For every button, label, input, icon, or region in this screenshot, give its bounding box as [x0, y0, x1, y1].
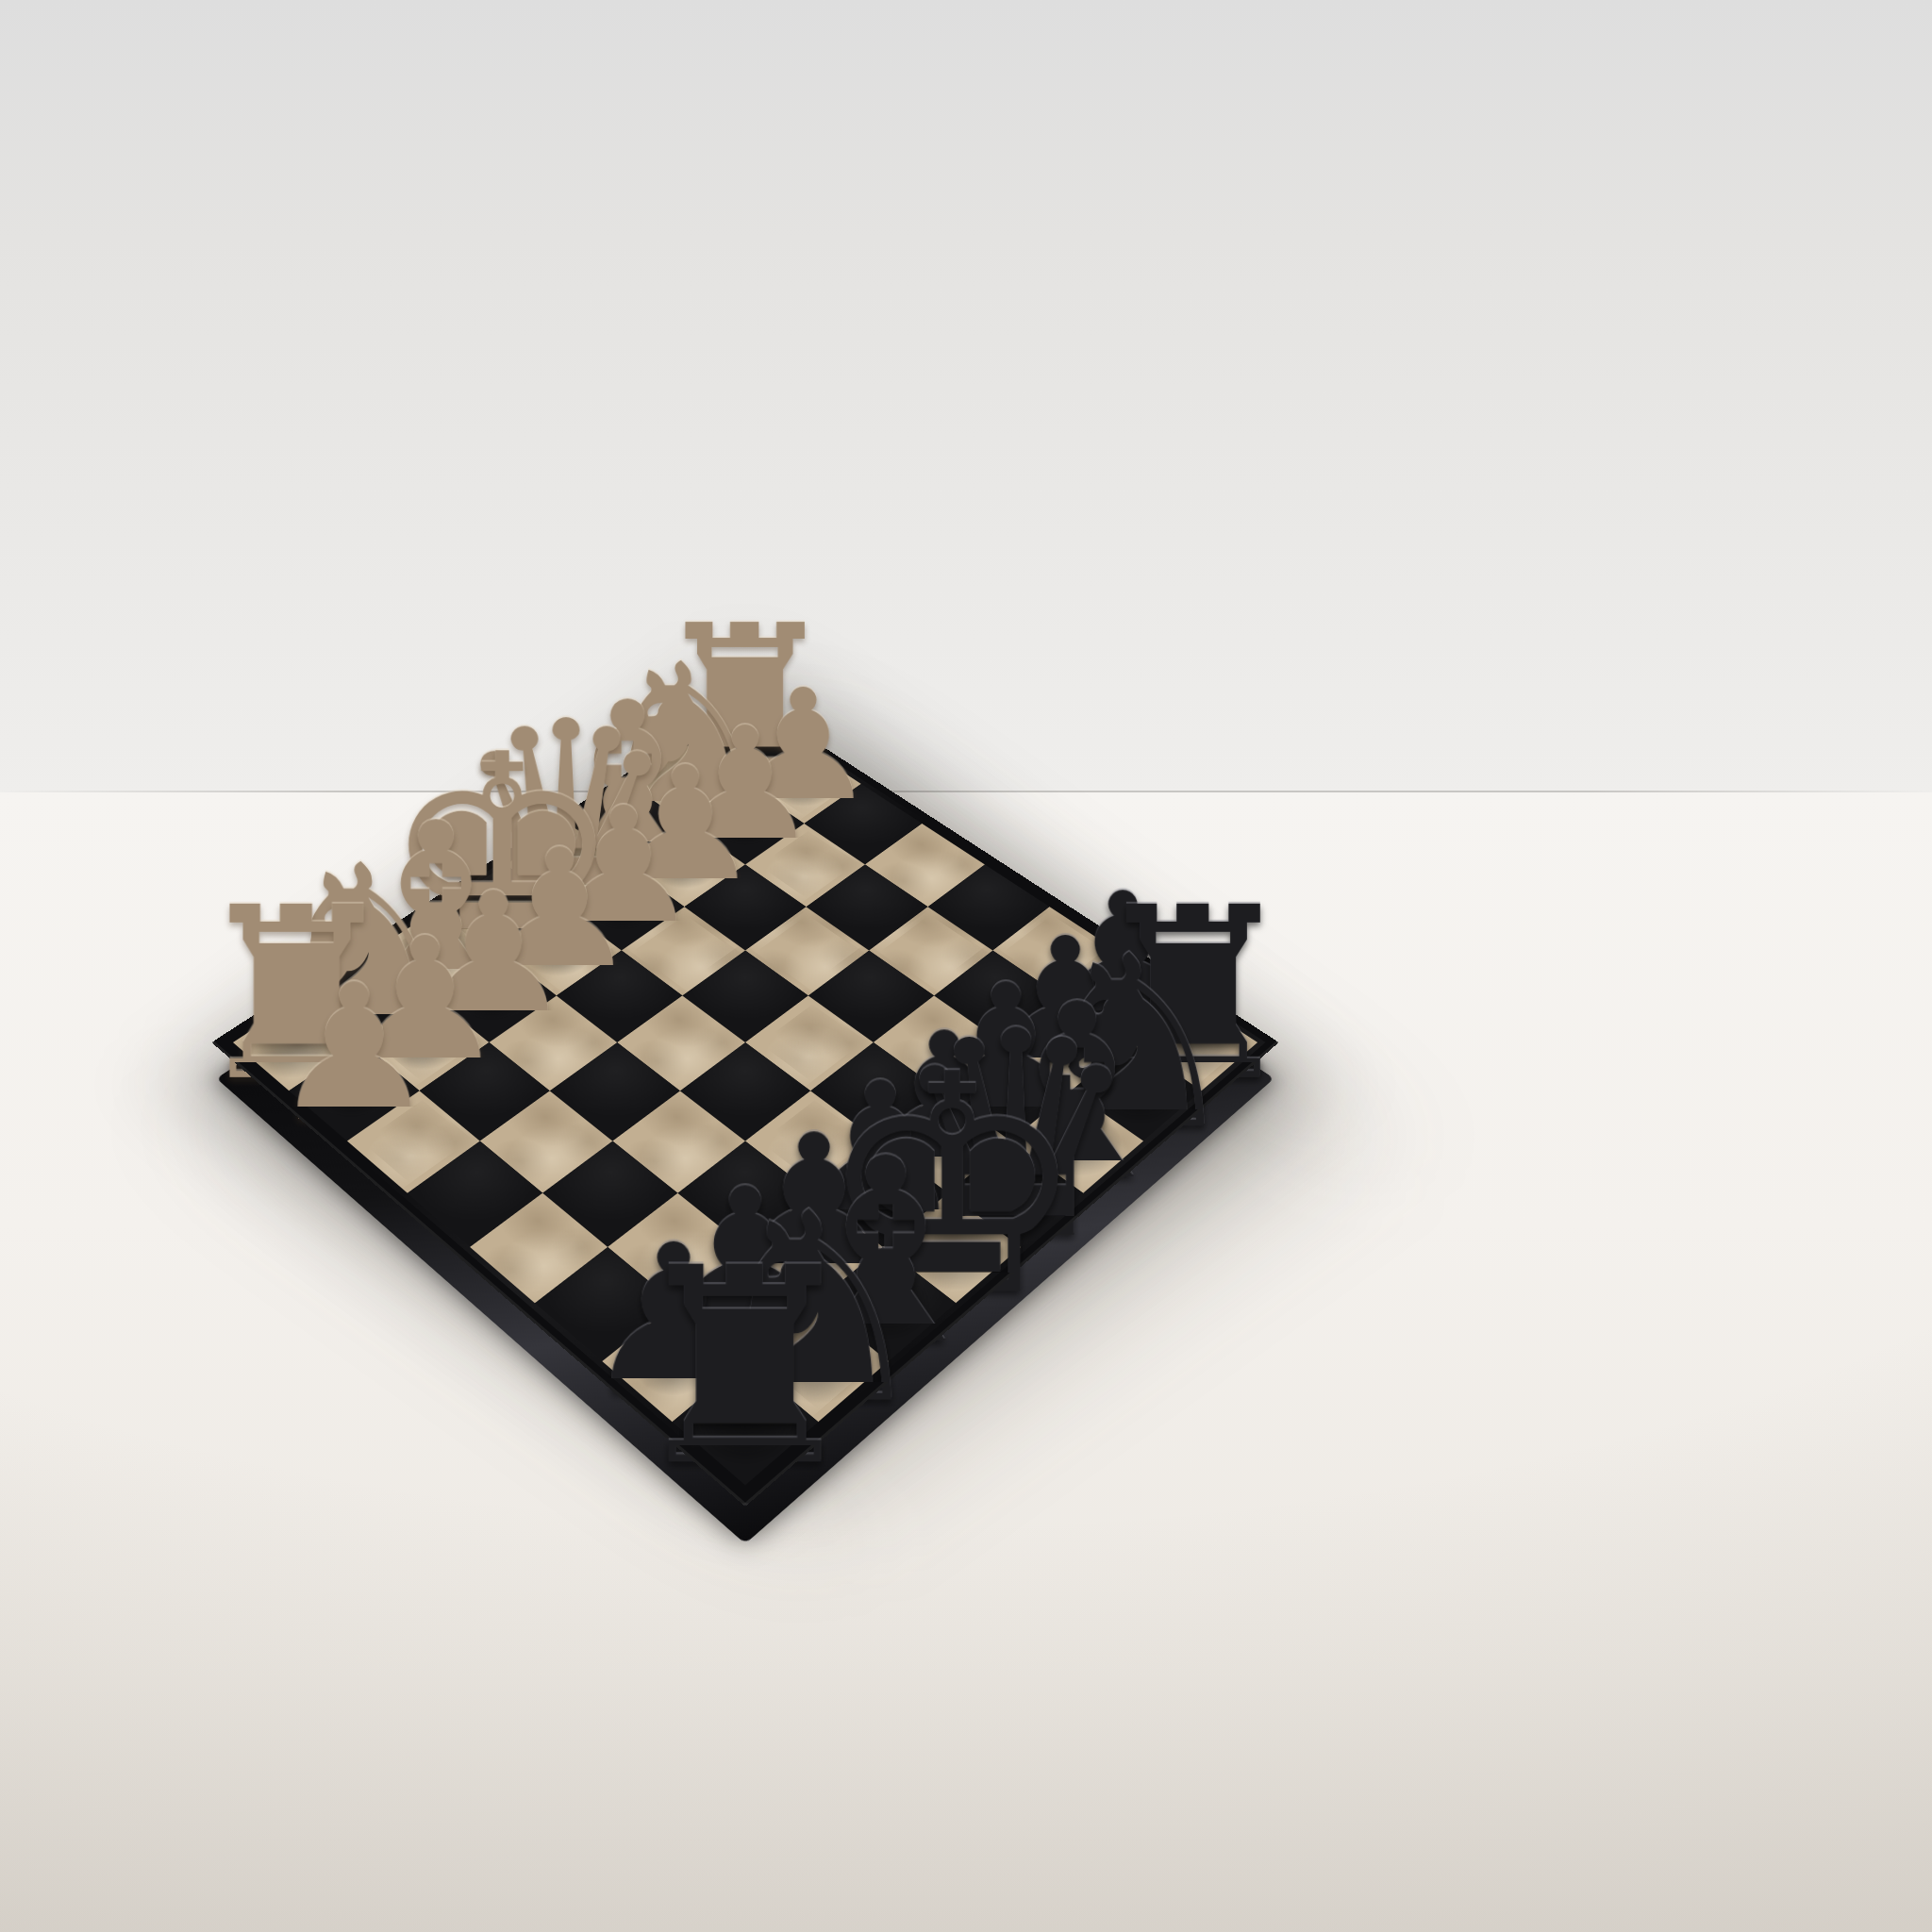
product-photo-scene: ♜♟♟♜♞♟♟♞♝♟♟♝♛♟♟♛♚♟♟♚♝♟♟♝♞♟♟♞♜♟♟♜ [0, 0, 1932, 1932]
square-h8: ♜ [673, 1361, 819, 1485]
